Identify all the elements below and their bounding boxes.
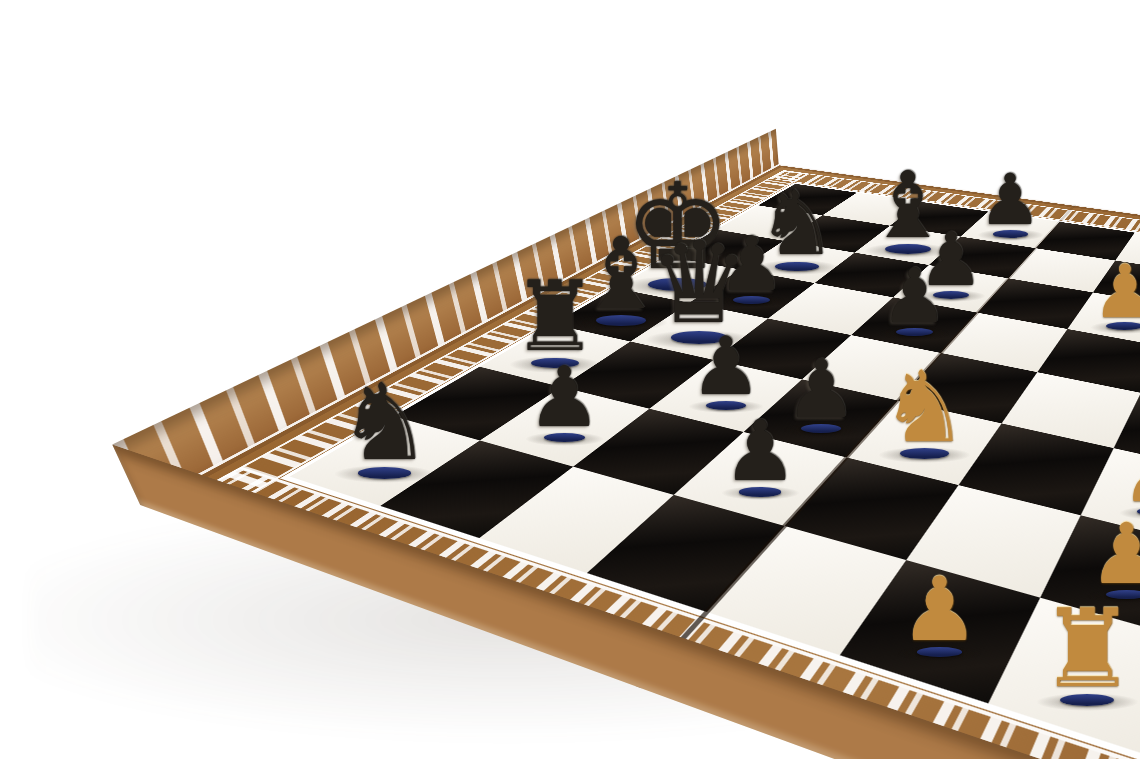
tan-knight-glyph: ♞ <box>880 358 968 456</box>
square-b4[interactable] <box>784 457 958 560</box>
black-pawn-glyph: ♟ <box>979 165 1042 235</box>
square-a5[interactable] <box>587 495 784 612</box>
tan-pawn-glyph: ♟ <box>1121 433 1140 513</box>
black-pawn-glyph: ♟ <box>881 259 948 334</box>
square-a6[interactable] <box>479 467 674 573</box>
tan-pawn-glyph: ♟ <box>1092 255 1140 328</box>
square-c3[interactable] <box>958 423 1113 515</box>
tan-pawn-glyph: ♟ <box>900 566 979 655</box>
tan-rook-glyph: ♜ <box>1039 595 1136 703</box>
black-pawn-glyph: ♟ <box>723 410 798 494</box>
tan-pawn-glyph: ♟ <box>1089 513 1140 597</box>
black-pawn-glyph: ♟ <box>690 327 762 407</box>
black-pawn-glyph: ♟ <box>527 356 602 439</box>
chess-photo-scene: ♞♜♝♚♟♛♟♞♟♝♟♟♟♟♟♞♟♟♜♟♟ <box>0 0 1140 759</box>
black-knight-glyph: ♞ <box>337 370 432 476</box>
square-a4[interactable] <box>707 526 906 655</box>
square-d3[interactable] <box>1001 372 1140 448</box>
